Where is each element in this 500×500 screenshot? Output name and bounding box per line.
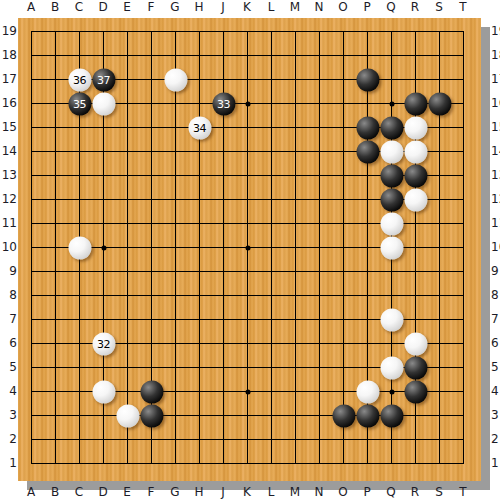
coord-label-right-1: 1 (491, 456, 499, 470)
stone-white-Q5[interactable] (380, 356, 403, 379)
stone-white-D6[interactable]: 32 (92, 332, 115, 355)
coord-label-top-T: T (459, 0, 466, 14)
coord-label-left-5: 5 (9, 360, 17, 374)
stone-black-Q3[interactable] (380, 404, 403, 427)
stone-white-C10[interactable] (68, 236, 91, 259)
star-point-Q16 (389, 101, 394, 106)
stone-black-Q12[interactable] (380, 188, 403, 211)
stone-black-O3[interactable] (332, 404, 355, 427)
stone-white-R15[interactable] (404, 116, 427, 139)
coord-label-left-8: 8 (9, 288, 17, 302)
stone-black-S16[interactable] (428, 92, 451, 115)
coord-label-left-16: 16 (2, 96, 17, 110)
grid-line-horizontal (31, 271, 464, 272)
coord-label-right-12: 12 (491, 192, 500, 206)
coord-label-top-M: M (290, 0, 300, 14)
stone-black-C16[interactable]: 35 (68, 92, 91, 115)
grid-line-horizontal (31, 295, 464, 296)
coord-label-right-7: 7 (491, 312, 499, 326)
coord-label-top-H: H (194, 0, 203, 14)
coord-label-left-9: 9 (9, 264, 17, 278)
move-number-label: 33 (217, 98, 230, 109)
stone-black-R16[interactable] (404, 92, 427, 115)
stone-white-Q7[interactable] (380, 308, 403, 331)
coord-label-right-11: 11 (491, 216, 500, 230)
stone-black-D17[interactable]: 37 (92, 68, 115, 91)
stone-black-F4[interactable] (140, 380, 163, 403)
move-number-label: 35 (73, 98, 86, 109)
coord-label-right-10: 10 (491, 240, 500, 254)
move-number-label: 32 (97, 338, 110, 349)
coord-label-bottom-G: G (170, 485, 179, 499)
coord-label-top-L: L (268, 0, 275, 14)
coord-label-right-18: 18 (491, 48, 500, 62)
stone-black-F3[interactable] (140, 404, 163, 427)
stone-black-R13[interactable] (404, 164, 427, 187)
stone-white-Q11[interactable] (380, 212, 403, 235)
coord-label-bottom-N: N (315, 485, 324, 499)
coord-label-top-S: S (435, 0, 443, 14)
stone-black-P14[interactable] (356, 140, 379, 163)
coord-label-right-13: 13 (491, 168, 500, 182)
grid-line-horizontal (31, 439, 464, 440)
stone-white-H15[interactable]: 34 (188, 116, 211, 139)
coord-label-bottom-F: F (148, 485, 155, 499)
coord-label-bottom-M: M (290, 485, 300, 499)
coord-label-right-16: 16 (491, 96, 500, 110)
coord-label-bottom-O: O (338, 485, 347, 499)
stone-white-R14[interactable] (404, 140, 427, 163)
coord-label-right-15: 15 (491, 120, 500, 134)
coord-label-bottom-T: T (459, 485, 466, 499)
coord-label-bottom-R: R (411, 485, 419, 499)
coord-label-bottom-B: B (51, 485, 59, 499)
stone-black-Q15[interactable] (380, 116, 403, 139)
coord-label-top-C: C (75, 0, 83, 14)
grid-line-vertical (319, 31, 320, 464)
coord-label-top-K: K (243, 0, 251, 14)
stone-white-Q14[interactable] (380, 140, 403, 163)
coord-label-top-D: D (98, 0, 107, 14)
grid-line-horizontal (31, 463, 464, 464)
stone-white-C17[interactable]: 36 (68, 68, 91, 91)
coord-label-right-3: 3 (491, 408, 499, 422)
coord-label-left-10: 10 (2, 240, 17, 254)
coord-label-bottom-P: P (363, 485, 370, 499)
coord-label-left-13: 13 (2, 168, 17, 182)
coord-label-left-7: 7 (9, 312, 17, 326)
move-number-label: 36 (73, 74, 86, 85)
grid-line-vertical (295, 31, 296, 464)
coord-label-top-R: R (411, 0, 419, 14)
stone-black-P15[interactable] (356, 116, 379, 139)
stone-black-R5[interactable] (404, 356, 427, 379)
stone-white-P4[interactable] (356, 380, 379, 403)
star-point-K16 (245, 101, 250, 106)
coord-label-right-8: 8 (491, 288, 499, 302)
coord-label-bottom-J: J (221, 485, 225, 499)
coord-label-top-P: P (363, 0, 370, 14)
coord-label-right-5: 5 (491, 360, 499, 374)
coord-label-left-15: 15 (2, 120, 17, 134)
grid-line-vertical (343, 31, 344, 464)
coord-label-right-19: 19 (491, 24, 500, 38)
star-point-Q4 (389, 389, 394, 394)
coord-label-top-B: B (51, 0, 59, 14)
coord-label-left-14: 14 (2, 144, 17, 158)
stone-black-Q13[interactable] (380, 164, 403, 187)
coord-label-left-17: 17 (2, 72, 17, 86)
coord-label-left-11: 11 (2, 216, 17, 230)
coord-label-top-N: N (315, 0, 324, 14)
coord-label-top-J: J (221, 0, 225, 14)
coord-label-top-G: G (170, 0, 179, 14)
coord-label-top-E: E (123, 0, 131, 14)
stone-white-Q10[interactable] (380, 236, 403, 259)
star-point-K4 (245, 389, 250, 394)
coord-label-top-A: A (27, 0, 35, 14)
coord-label-right-6: 6 (491, 336, 499, 350)
go-game-screenshot: 363735333432 AABBCCDDEEFFGGHHJJKKLLMMNNO… (0, 0, 500, 500)
coord-label-left-12: 12 (2, 192, 17, 206)
coord-label-top-O: O (338, 0, 347, 14)
coord-label-bottom-D: D (98, 485, 107, 499)
coord-label-bottom-L: L (268, 485, 275, 499)
stone-white-R12[interactable] (404, 188, 427, 211)
coord-label-right-2: 2 (491, 432, 499, 446)
coord-label-right-17: 17 (491, 72, 500, 86)
coord-label-top-Q: Q (386, 0, 395, 14)
star-point-D10 (101, 245, 106, 250)
grid-line-vertical (463, 31, 464, 464)
coord-label-left-1: 1 (9, 456, 17, 470)
stone-black-R4[interactable] (404, 380, 427, 403)
stone-black-P3[interactable] (356, 404, 379, 427)
stone-white-D16[interactable] (92, 92, 115, 115)
coord-label-left-6: 6 (9, 336, 17, 350)
move-number-label: 34 (193, 122, 206, 133)
coord-label-bottom-E: E (123, 485, 131, 499)
coord-label-bottom-K: K (243, 485, 251, 499)
stone-white-D4[interactable] (92, 380, 115, 403)
move-number-label: 37 (97, 74, 110, 85)
coord-label-bottom-S: S (435, 485, 443, 499)
coord-label-left-19: 19 (2, 24, 17, 38)
grid-line-vertical (271, 31, 272, 464)
coord-label-top-F: F (148, 0, 155, 14)
coord-label-bottom-C: C (75, 485, 83, 499)
stone-white-G17[interactable] (164, 68, 187, 91)
coord-label-bottom-H: H (194, 485, 203, 499)
coord-label-right-14: 14 (491, 144, 500, 158)
coord-label-right-4: 4 (491, 384, 499, 398)
coord-label-left-18: 18 (2, 48, 17, 62)
coord-label-right-9: 9 (491, 264, 499, 278)
coord-label-left-3: 3 (9, 408, 17, 422)
coord-label-left-2: 2 (9, 432, 17, 446)
stone-black-P17[interactable] (356, 68, 379, 91)
stone-white-R6[interactable] (404, 332, 427, 355)
coord-label-bottom-Q: Q (386, 485, 395, 499)
stone-white-E3[interactable] (116, 404, 139, 427)
stone-black-J16[interactable]: 33 (212, 92, 235, 115)
star-point-K10 (245, 245, 250, 250)
coord-label-bottom-A: A (27, 485, 35, 499)
coord-label-left-4: 4 (9, 384, 17, 398)
go-board[interactable]: 363735333432 (18, 18, 481, 481)
